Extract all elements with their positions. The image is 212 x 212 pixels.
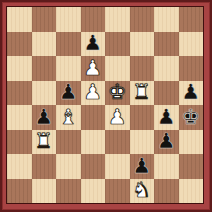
black-pawn-piece[interactable]: ♟ bbox=[83, 33, 102, 54]
square-e3[interactable] bbox=[105, 130, 130, 155]
square-h8[interactable] bbox=[179, 7, 204, 32]
square-b6[interactable] bbox=[32, 56, 57, 81]
square-f5[interactable]: ♜ bbox=[130, 81, 155, 106]
square-g5[interactable] bbox=[154, 81, 179, 106]
square-a2[interactable] bbox=[7, 154, 32, 179]
square-b4[interactable]: ♟ bbox=[32, 105, 57, 130]
square-c8[interactable] bbox=[56, 7, 81, 32]
square-b3[interactable]: ♜ bbox=[32, 130, 57, 155]
black-king-piece[interactable]: ♚ bbox=[181, 107, 200, 128]
white-king-piece[interactable]: ♚ bbox=[108, 82, 127, 103]
square-h3[interactable] bbox=[179, 130, 204, 155]
square-a3[interactable] bbox=[7, 130, 32, 155]
square-c3[interactable] bbox=[56, 130, 81, 155]
square-f6[interactable] bbox=[130, 56, 155, 81]
square-c6[interactable] bbox=[56, 56, 81, 81]
black-pawn-piece[interactable]: ♟ bbox=[34, 107, 53, 128]
square-c7[interactable] bbox=[56, 32, 81, 57]
black-pawn-piece[interactable]: ♟ bbox=[132, 156, 151, 177]
square-f7[interactable] bbox=[130, 32, 155, 57]
square-g2[interactable] bbox=[154, 154, 179, 179]
square-c5[interactable]: ♟ bbox=[56, 81, 81, 106]
square-a6[interactable] bbox=[7, 56, 32, 81]
square-b1[interactable] bbox=[32, 179, 57, 204]
square-c4[interactable]: ♝ bbox=[56, 105, 81, 130]
square-g8[interactable] bbox=[154, 7, 179, 32]
black-pawn-piece[interactable]: ♟ bbox=[59, 82, 78, 103]
square-h5[interactable]: ♟ bbox=[179, 81, 204, 106]
white-rook-piece[interactable]: ♜ bbox=[34, 131, 53, 152]
square-e4[interactable]: ♟ bbox=[105, 105, 130, 130]
square-f1[interactable]: ♞ bbox=[130, 179, 155, 204]
square-c1[interactable] bbox=[56, 179, 81, 204]
white-pawn-piece[interactable]: ♟ bbox=[83, 58, 102, 79]
square-d1[interactable] bbox=[81, 179, 106, 204]
square-g1[interactable] bbox=[154, 179, 179, 204]
black-pawn-piece[interactable]: ♟ bbox=[157, 131, 176, 152]
square-e6[interactable] bbox=[105, 56, 130, 81]
square-g7[interactable] bbox=[154, 32, 179, 57]
square-d5[interactable]: ♟ bbox=[81, 81, 106, 106]
square-a8[interactable] bbox=[7, 7, 32, 32]
square-d8[interactable] bbox=[81, 7, 106, 32]
square-a4[interactable] bbox=[7, 105, 32, 130]
square-c2[interactable] bbox=[56, 154, 81, 179]
square-h6[interactable] bbox=[179, 56, 204, 81]
square-f2[interactable]: ♟ bbox=[130, 154, 155, 179]
square-g6[interactable] bbox=[154, 56, 179, 81]
chess-board-frame: ♟♟♟♟♚♜♟♟♝♟♟♚♜♟♟♞ bbox=[0, 0, 212, 212]
square-a1[interactable] bbox=[7, 179, 32, 204]
square-e1[interactable] bbox=[105, 179, 130, 204]
square-f4[interactable] bbox=[130, 105, 155, 130]
square-d3[interactable] bbox=[81, 130, 106, 155]
black-pawn-piece[interactable]: ♟ bbox=[181, 82, 200, 103]
square-d4[interactable] bbox=[81, 105, 106, 130]
chess-board: ♟♟♟♟♚♜♟♟♝♟♟♚♜♟♟♞ bbox=[6, 6, 204, 204]
square-f3[interactable] bbox=[130, 130, 155, 155]
square-d2[interactable] bbox=[81, 154, 106, 179]
square-h7[interactable] bbox=[179, 32, 204, 57]
square-b5[interactable] bbox=[32, 81, 57, 106]
square-h2[interactable] bbox=[179, 154, 204, 179]
white-rook-piece[interactable]: ♜ bbox=[132, 82, 151, 103]
square-e7[interactable] bbox=[105, 32, 130, 57]
square-h1[interactable] bbox=[179, 179, 204, 204]
square-b8[interactable] bbox=[32, 7, 57, 32]
black-pawn-piece[interactable]: ♟ bbox=[157, 107, 176, 128]
square-h4[interactable]: ♚ bbox=[179, 105, 204, 130]
white-pawn-piece[interactable]: ♟ bbox=[83, 82, 102, 103]
square-b7[interactable] bbox=[32, 32, 57, 57]
square-a7[interactable] bbox=[7, 32, 32, 57]
white-pawn-piece[interactable]: ♟ bbox=[108, 107, 127, 128]
square-f8[interactable] bbox=[130, 7, 155, 32]
white-knight-piece[interactable]: ♞ bbox=[132, 180, 151, 201]
square-e5[interactable]: ♚ bbox=[105, 81, 130, 106]
square-d7[interactable]: ♟ bbox=[81, 32, 106, 57]
white-bishop-piece[interactable]: ♝ bbox=[59, 107, 78, 128]
square-a5[interactable] bbox=[7, 81, 32, 106]
square-g3[interactable]: ♟ bbox=[154, 130, 179, 155]
square-d6[interactable]: ♟ bbox=[81, 56, 106, 81]
square-g4[interactable]: ♟ bbox=[154, 105, 179, 130]
square-e2[interactable] bbox=[105, 154, 130, 179]
square-e8[interactable] bbox=[105, 7, 130, 32]
square-b2[interactable] bbox=[32, 154, 57, 179]
